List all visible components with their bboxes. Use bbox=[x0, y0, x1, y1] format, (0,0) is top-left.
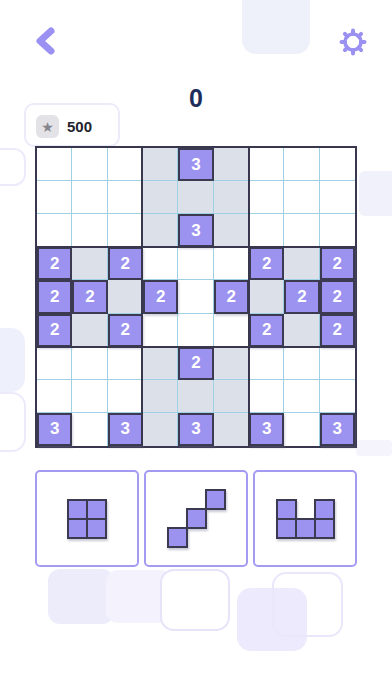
piece-tray-square-2x2[interactable] bbox=[35, 470, 139, 567]
board-cell-r6c1[interactable]: 2 bbox=[37, 314, 72, 347]
board-cell-r1c3[interactable] bbox=[108, 148, 143, 181]
board-cell-r6c9[interactable]: 2 bbox=[320, 314, 355, 347]
board-cell-r1c4[interactable] bbox=[143, 148, 178, 181]
board-cell-r1c5[interactable]: 3 bbox=[178, 148, 213, 181]
board-cell-r8c9[interactable] bbox=[320, 380, 355, 413]
board-cell-r9c7[interactable]: 3 bbox=[249, 413, 284, 446]
board-cell-r7c4[interactable] bbox=[143, 347, 178, 380]
background-decoration bbox=[356, 440, 392, 456]
board-cell-r7c5[interactable]: 2 bbox=[178, 347, 213, 380]
background-decoration bbox=[48, 569, 114, 624]
background-decoration bbox=[359, 171, 392, 216]
board-cell-r3c1[interactable] bbox=[37, 214, 72, 247]
board-cell-r3c2[interactable] bbox=[72, 214, 107, 247]
board-cell-r2c2[interactable] bbox=[72, 181, 107, 214]
board-cell-r9c5[interactable]: 3 bbox=[178, 413, 213, 446]
board-cell-r2c4[interactable] bbox=[143, 181, 178, 214]
board-cell-r6c8[interactable] bbox=[284, 314, 319, 347]
board-cell-r9c2[interactable] bbox=[72, 413, 107, 446]
board-cell-r7c3[interactable] bbox=[108, 347, 143, 380]
board-cell-r7c2[interactable] bbox=[72, 347, 107, 380]
puzzle-board[interactable]: 3322222222222222233333 bbox=[35, 146, 357, 448]
board-cell-r9c9[interactable]: 3 bbox=[320, 413, 355, 446]
background-decoration bbox=[237, 588, 307, 651]
piece-trays bbox=[35, 470, 357, 567]
board-cell-r2c3[interactable] bbox=[108, 181, 143, 214]
score-value: 0 bbox=[0, 84, 392, 113]
settings-button[interactable] bbox=[337, 26, 369, 58]
board-cell-r6c2[interactable] bbox=[72, 314, 107, 347]
board-cell-r9c3[interactable]: 3 bbox=[108, 413, 143, 446]
background-decoration bbox=[0, 148, 26, 186]
board-cell-r5c9[interactable]: 2 bbox=[320, 280, 355, 313]
background-decoration bbox=[272, 572, 343, 637]
board-cell-r4c1[interactable]: 2 bbox=[37, 247, 72, 280]
board-cell-r3c6[interactable] bbox=[214, 214, 249, 247]
board-cell-r3c3[interactable] bbox=[108, 214, 143, 247]
board-cell-r2c5[interactable] bbox=[178, 181, 213, 214]
piece-tray-u-pentomino[interactable] bbox=[253, 470, 357, 567]
board-cell-r1c2[interactable] bbox=[72, 148, 107, 181]
board-cell-r8c8[interactable] bbox=[284, 380, 319, 413]
board-cell-r5c4[interactable]: 2 bbox=[143, 280, 178, 313]
currency-amount: 500 bbox=[67, 118, 92, 135]
gear-icon bbox=[337, 46, 369, 61]
piece-tray-diagonal-3[interactable] bbox=[144, 470, 248, 567]
board-cell-r4c3[interactable]: 2 bbox=[108, 247, 143, 280]
board-cell-r4c8[interactable] bbox=[284, 247, 319, 280]
star-chip: ★ bbox=[36, 115, 59, 138]
board-cell-r2c6[interactable] bbox=[214, 181, 249, 214]
square-2x2-icon bbox=[67, 499, 107, 539]
board-cell-r9c4[interactable] bbox=[143, 413, 178, 446]
board-cell-r2c1[interactable] bbox=[37, 181, 72, 214]
board-cell-r1c1[interactable] bbox=[37, 148, 72, 181]
board-cell-r4c6[interactable] bbox=[214, 247, 249, 280]
background-decoration bbox=[0, 392, 26, 452]
board-cell-r8c3[interactable] bbox=[108, 380, 143, 413]
board-cell-r5c3[interactable] bbox=[108, 280, 143, 313]
board-cell-r7c1[interactable] bbox=[37, 347, 72, 380]
board-cell-r8c2[interactable] bbox=[72, 380, 107, 413]
currency-badge: ★ 500 bbox=[36, 115, 92, 138]
board-cell-r4c2[interactable] bbox=[72, 247, 107, 280]
board-cell-r1c7[interactable] bbox=[249, 148, 284, 181]
board-cell-r4c5[interactable] bbox=[178, 247, 213, 280]
board-cell-r9c6[interactable] bbox=[214, 413, 249, 446]
board-cell-r8c7[interactable] bbox=[249, 380, 284, 413]
board-cell-r3c9[interactable] bbox=[320, 214, 355, 247]
board-cell-r9c1[interactable]: 3 bbox=[37, 413, 72, 446]
background-decoration bbox=[106, 570, 173, 623]
board-cell-r2c7[interactable] bbox=[249, 181, 284, 214]
board-cell-r7c8[interactable] bbox=[284, 347, 319, 380]
board-cell-r7c9[interactable] bbox=[320, 347, 355, 380]
board-cell-r6c4[interactable] bbox=[143, 314, 178, 347]
board-cell-r5c7[interactable] bbox=[249, 280, 284, 313]
board-cell-r5c6[interactable]: 2 bbox=[214, 280, 249, 313]
u-pentomino-icon bbox=[276, 499, 335, 539]
board-cell-r3c7[interactable] bbox=[249, 214, 284, 247]
board-cell-r8c4[interactable] bbox=[143, 380, 178, 413]
back-button[interactable] bbox=[30, 24, 64, 58]
chevron-left-icon bbox=[30, 46, 64, 61]
background-decoration bbox=[0, 328, 25, 392]
board-cell-r4c4[interactable] bbox=[143, 247, 178, 280]
background-decoration bbox=[242, 0, 310, 54]
background-decoration bbox=[160, 569, 230, 631]
star-icon: ★ bbox=[41, 120, 54, 134]
board-cell-r1c6[interactable] bbox=[214, 148, 249, 181]
board-cell-r6c7[interactable]: 2 bbox=[249, 314, 284, 347]
board-cell-r8c1[interactable] bbox=[37, 380, 72, 413]
diagonal-3-icon bbox=[167, 489, 226, 548]
board-cell-r7c7[interactable] bbox=[249, 347, 284, 380]
board-cell-r5c5[interactable] bbox=[178, 280, 213, 313]
board-cell-r8c6[interactable] bbox=[214, 380, 249, 413]
board-cell-r5c2[interactable]: 2 bbox=[72, 280, 107, 313]
board-cell-r3c4[interactable] bbox=[143, 214, 178, 247]
board-cell-r1c9[interactable] bbox=[320, 148, 355, 181]
board-cell-r7c6[interactable] bbox=[214, 347, 249, 380]
board-cell-r6c3[interactable]: 2 bbox=[108, 314, 143, 347]
board-cell-r3c5[interactable]: 3 bbox=[178, 214, 213, 247]
board-cell-r6c6[interactable] bbox=[214, 314, 249, 347]
board-cell-r3c8[interactable] bbox=[284, 214, 319, 247]
board-cell-r6c5[interactable] bbox=[178, 314, 213, 347]
board-cell-r2c8[interactable] bbox=[284, 181, 319, 214]
board-cell-r8c5[interactable] bbox=[178, 380, 213, 413]
board-cell-r2c9[interactable] bbox=[320, 181, 355, 214]
board-cell-r9c8[interactable] bbox=[284, 413, 319, 446]
board-cell-r5c1[interactable]: 2 bbox=[37, 280, 72, 313]
board-cell-r4c9[interactable]: 2 bbox=[320, 247, 355, 280]
board-cell-r4c7[interactable]: 2 bbox=[249, 247, 284, 280]
board-cell-r5c8[interactable]: 2 bbox=[284, 280, 319, 313]
board-cell-r1c8[interactable] bbox=[284, 148, 319, 181]
